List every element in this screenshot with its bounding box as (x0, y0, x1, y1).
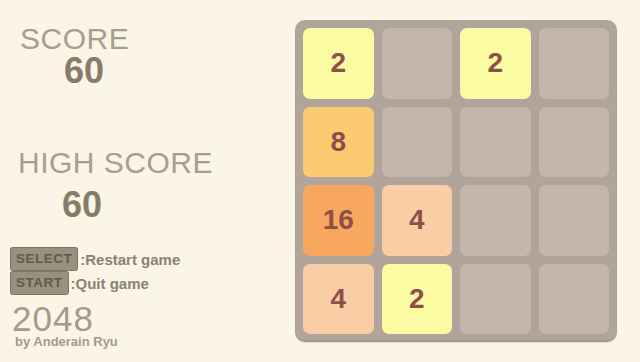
select-key-badge: SELECT (10, 247, 78, 271)
tile-2-r4c2: 2 (382, 264, 453, 335)
tile-8-r2c1: 8 (303, 107, 374, 178)
tile-4-r4c1: 4 (303, 264, 374, 335)
tile-16-r3c1: 16 (303, 185, 374, 256)
2048-app: SCORE 60 HIGH SCORE 60 SELECT:Restart ga… (0, 0, 640, 362)
empty-cell-r1c4 (539, 28, 610, 99)
empty-cell-r1c2 (382, 28, 453, 99)
score-value: 60 (64, 50, 104, 92)
empty-cell-r4c3 (460, 264, 531, 335)
tile-2-r1c1: 2 (303, 28, 374, 99)
tile-4-r3c2: 4 (382, 185, 453, 256)
high-score-label: HIGH SCORE (18, 146, 213, 180)
empty-cell-r3c3 (460, 185, 531, 256)
empty-cell-r3c4 (539, 185, 610, 256)
tile-2-r1c3: 2 (460, 28, 531, 99)
quit-hint: START:Quit game (10, 271, 180, 295)
quit-hint-text: :Quit game (71, 275, 149, 292)
high-score-value: 60 (62, 184, 102, 226)
app-title: 2048 (12, 299, 94, 339)
restart-hint-text: :Restart game (80, 251, 180, 268)
side-panel: SCORE 60 HIGH SCORE 60 SELECT:Restart ga… (0, 0, 295, 362)
board-grid: 22816442 (295, 20, 617, 342)
controls-help: SELECT:Restart game START:Quit game (10, 247, 180, 295)
app-byline: by Anderain Ryu (15, 334, 118, 349)
empty-cell-r2c4 (539, 107, 610, 178)
start-key-badge: START (10, 271, 69, 295)
empty-cell-r2c2 (382, 107, 453, 178)
restart-hint: SELECT:Restart game (10, 247, 180, 271)
empty-cell-r2c3 (460, 107, 531, 178)
empty-cell-r4c4 (539, 264, 610, 335)
